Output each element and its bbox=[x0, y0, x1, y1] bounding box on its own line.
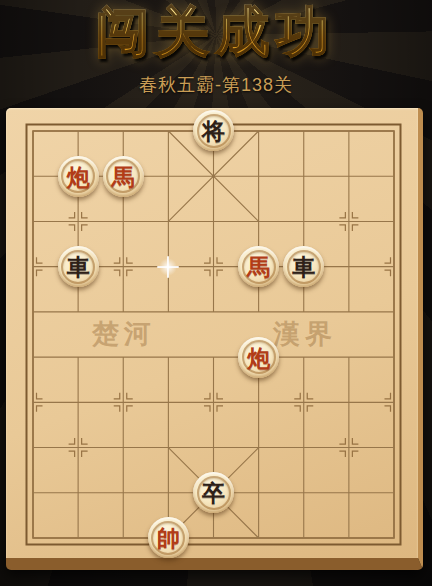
piece-red-cannon-2[interactable]: 炮 bbox=[238, 337, 279, 378]
piece-label: 車 bbox=[292, 255, 315, 278]
piece-black-chariot-2[interactable]: 車 bbox=[283, 246, 324, 287]
piece-label: 卒 bbox=[202, 481, 225, 504]
piece-black-soldier[interactable]: 卒 bbox=[193, 472, 234, 513]
piece-red-horse-1[interactable]: 馬 bbox=[103, 156, 144, 197]
piece-black-chariot-1[interactable]: 車 bbox=[58, 246, 99, 287]
piece-label: 車 bbox=[67, 255, 90, 278]
piece-red-cannon-1[interactable]: 炮 bbox=[58, 156, 99, 197]
sparkle-effect bbox=[159, 258, 177, 276]
piece-label: 帥 bbox=[157, 526, 180, 549]
piece-label: 炮 bbox=[247, 346, 270, 369]
pieces-layer: 将炮馬車馬車炮卒帥 bbox=[10, 108, 416, 560]
piece-label: 馬 bbox=[112, 165, 135, 188]
piece-label: 馬 bbox=[247, 255, 270, 278]
piece-red-general[interactable]: 帥 bbox=[148, 517, 189, 558]
piece-label: 炮 bbox=[67, 165, 90, 188]
piece-black-general[interactable]: 将 bbox=[193, 110, 234, 151]
piece-red-horse-2[interactable]: 馬 bbox=[238, 246, 279, 287]
piece-label: 将 bbox=[202, 119, 225, 142]
level-complete-title: 闯关成功 bbox=[0, 1, 432, 61]
level-subtitle: 春秋五霸-第138关 bbox=[0, 73, 432, 97]
level-complete-screen: 闯关成功 春秋五霸-第138关 楚河 漢界 将炮馬車馬車炮卒帥 bbox=[0, 0, 432, 586]
